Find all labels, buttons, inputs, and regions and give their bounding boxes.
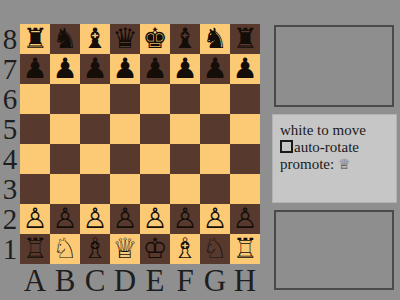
square-b7[interactable]: ♟ xyxy=(50,54,80,84)
square-d7[interactable]: ♟ xyxy=(110,54,140,84)
square-b8[interactable]: ♞ xyxy=(50,24,80,54)
black-pawn[interactable]: ♟ xyxy=(112,54,137,84)
square-e6[interactable] xyxy=(140,84,170,114)
square-g3[interactable] xyxy=(200,174,230,204)
file-label-b: B xyxy=(50,264,80,298)
promote-piece-selector[interactable]: ♕ xyxy=(338,156,351,172)
black-pawn[interactable]: ♟ xyxy=(142,54,167,84)
black-pawn[interactable]: ♟ xyxy=(232,54,257,84)
auto-rotate-row: auto-rotate xyxy=(280,139,396,156)
square-c2[interactable]: ♙ xyxy=(80,204,110,234)
square-h1[interactable]: ♖ xyxy=(230,234,260,264)
square-e3[interactable] xyxy=(140,174,170,204)
black-pawn[interactable]: ♟ xyxy=(52,54,77,84)
square-a7[interactable]: ♟ xyxy=(20,54,50,84)
square-a3[interactable] xyxy=(20,174,50,204)
square-f4[interactable] xyxy=(170,144,200,174)
rank-label-3: 3 xyxy=(0,174,20,204)
square-a2[interactable]: ♙ xyxy=(20,204,50,234)
square-c6[interactable] xyxy=(80,84,110,114)
square-f8[interactable]: ♝ xyxy=(170,24,200,54)
square-f1[interactable]: ♗ xyxy=(170,234,200,264)
square-f3[interactable] xyxy=(170,174,200,204)
white-pawn[interactable]: ♙ xyxy=(202,204,227,234)
square-d4[interactable] xyxy=(110,144,140,174)
rank-labels: 87654321 xyxy=(0,24,20,264)
square-c3[interactable] xyxy=(80,174,110,204)
square-e4[interactable] xyxy=(140,144,170,174)
square-g2[interactable]: ♙ xyxy=(200,204,230,234)
file-label-g: G xyxy=(200,264,230,298)
white-queen[interactable]: ♕ xyxy=(112,234,137,264)
square-b4[interactable] xyxy=(50,144,80,174)
square-e5[interactable] xyxy=(140,114,170,144)
square-c8[interactable]: ♝ xyxy=(80,24,110,54)
control-panel: white to move auto-rotate promote: ♕ xyxy=(272,114,397,203)
square-g6[interactable] xyxy=(200,84,230,114)
square-g8[interactable]: ♞ xyxy=(200,24,230,54)
status-text: white to move xyxy=(280,122,396,139)
square-c5[interactable] xyxy=(80,114,110,144)
square-h8[interactable]: ♜ xyxy=(230,24,260,54)
white-bishop[interactable]: ♗ xyxy=(172,234,197,264)
black-bishop[interactable]: ♝ xyxy=(172,24,197,54)
square-c1[interactable]: ♗ xyxy=(80,234,110,264)
rank-label-6: 6 xyxy=(0,84,20,114)
square-c4[interactable] xyxy=(80,144,110,174)
square-b3[interactable] xyxy=(50,174,80,204)
black-queen[interactable]: ♛ xyxy=(112,24,137,54)
rank-label-4: 4 xyxy=(0,144,20,174)
file-label-a: A xyxy=(20,264,50,298)
square-e1[interactable]: ♔ xyxy=(140,234,170,264)
square-a5[interactable] xyxy=(20,114,50,144)
square-d6[interactable] xyxy=(110,84,140,114)
black-pawn[interactable]: ♟ xyxy=(172,54,197,84)
black-knight[interactable]: ♞ xyxy=(52,24,77,54)
white-rook[interactable]: ♖ xyxy=(232,234,257,264)
square-f2[interactable]: ♙ xyxy=(170,204,200,234)
black-pawn[interactable]: ♟ xyxy=(202,54,227,84)
board[interactable]: ♜♞♝♛♚♝♞♜♟♟♟♟♟♟♟♟♙♙♙♙♙♙♙♙♖♘♗♕♔♗♘♖ xyxy=(20,24,260,264)
auto-rotate-checkbox[interactable] xyxy=(280,140,293,153)
square-b1[interactable]: ♘ xyxy=(50,234,80,264)
square-h7[interactable]: ♟ xyxy=(230,54,260,84)
white-pawn[interactable]: ♙ xyxy=(52,204,77,234)
square-g5[interactable] xyxy=(200,114,230,144)
rank-label-7: 7 xyxy=(0,54,20,84)
file-label-e: E xyxy=(140,264,170,298)
rank-label-5: 5 xyxy=(0,114,20,144)
white-pawn[interactable]: ♙ xyxy=(82,204,107,234)
white-king[interactable]: ♔ xyxy=(142,234,167,264)
square-d3[interactable] xyxy=(110,174,140,204)
square-f7[interactable]: ♟ xyxy=(170,54,200,84)
white-pawn[interactable]: ♙ xyxy=(22,204,47,234)
white-bishop[interactable]: ♗ xyxy=(82,234,107,264)
square-b2[interactable]: ♙ xyxy=(50,204,80,234)
square-a4[interactable] xyxy=(20,144,50,174)
black-bishop[interactable]: ♝ xyxy=(82,24,107,54)
file-label-f: F xyxy=(170,264,200,298)
white-pawn[interactable]: ♙ xyxy=(232,204,257,234)
square-d8[interactable]: ♛ xyxy=(110,24,140,54)
file-label-d: D xyxy=(110,264,140,298)
square-b5[interactable] xyxy=(50,114,80,144)
square-a6[interactable] xyxy=(20,84,50,114)
square-g7[interactable]: ♟ xyxy=(200,54,230,84)
white-rook[interactable]: ♖ xyxy=(22,234,47,264)
promote-row: promote: ♕ xyxy=(280,156,396,173)
black-knight[interactable]: ♞ xyxy=(202,24,227,54)
square-d1[interactable]: ♕ xyxy=(110,234,140,264)
black-pawn[interactable]: ♟ xyxy=(82,54,107,84)
lower-box xyxy=(274,210,394,290)
square-h6[interactable] xyxy=(230,84,260,114)
square-e8[interactable]: ♚ xyxy=(140,24,170,54)
white-pawn[interactable]: ♙ xyxy=(112,204,137,234)
square-e2[interactable]: ♙ xyxy=(140,204,170,234)
square-f5[interactable] xyxy=(170,114,200,144)
white-knight[interactable]: ♘ xyxy=(52,234,77,264)
square-a8[interactable]: ♜ xyxy=(20,24,50,54)
rank-label-8: 8 xyxy=(0,24,20,54)
square-f6[interactable] xyxy=(170,84,200,114)
black-king[interactable]: ♚ xyxy=(142,24,167,54)
square-h5[interactable] xyxy=(230,114,260,144)
square-a1[interactable]: ♖ xyxy=(20,234,50,264)
square-h4[interactable] xyxy=(230,144,260,174)
promote-label: promote: xyxy=(280,156,338,172)
white-knight[interactable]: ♘ xyxy=(202,234,227,264)
white-pawn[interactable]: ♙ xyxy=(172,204,197,234)
rank-label-1: 1 xyxy=(0,234,20,264)
square-h3[interactable] xyxy=(230,174,260,204)
square-d2[interactable]: ♙ xyxy=(110,204,140,234)
rank-label-2: 2 xyxy=(0,204,20,234)
square-d5[interactable] xyxy=(110,114,140,144)
file-label-c: C xyxy=(80,264,110,298)
black-pawn[interactable]: ♟ xyxy=(22,54,47,84)
square-h2[interactable]: ♙ xyxy=(230,204,260,234)
white-pawn[interactable]: ♙ xyxy=(142,204,167,234)
upper-box xyxy=(274,25,394,107)
black-rook[interactable]: ♜ xyxy=(232,24,257,54)
chess-app: 87654321 ♜♞♝♛♚♝♞♜♟♟♟♟♟♟♟♟♙♙♙♙♙♙♙♙♖♘♗♕♔♗♘… xyxy=(0,0,400,300)
square-e7[interactable]: ♟ xyxy=(140,54,170,84)
square-b6[interactable] xyxy=(50,84,80,114)
auto-rotate-label: auto-rotate xyxy=(294,139,359,155)
file-labels: ABCDEFGH xyxy=(20,264,260,298)
file-label-h: H xyxy=(230,264,260,298)
square-g4[interactable] xyxy=(200,144,230,174)
black-rook[interactable]: ♜ xyxy=(22,24,47,54)
square-g1[interactable]: ♘ xyxy=(200,234,230,264)
square-c7[interactable]: ♟ xyxy=(80,54,110,84)
